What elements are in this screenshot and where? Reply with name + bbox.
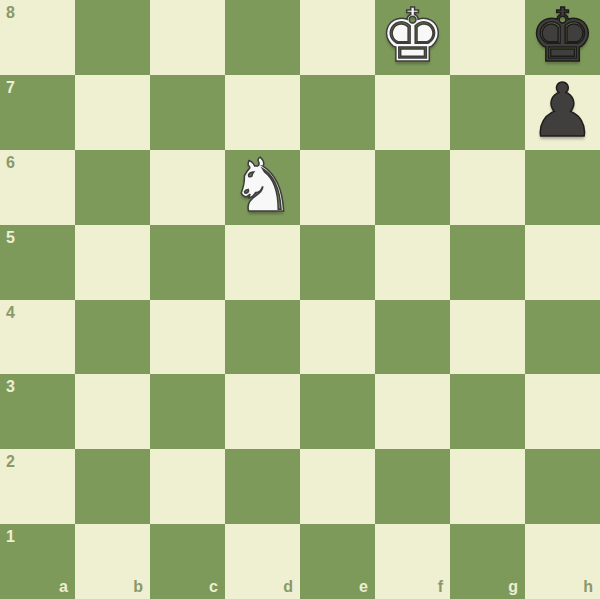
rank-label-3: 3 [6,379,15,395]
square-b3[interactable] [75,374,150,449]
file-label-f: f [438,579,443,595]
square-f1[interactable]: f [375,524,450,599]
square-h6[interactable] [525,150,600,225]
square-h5[interactable] [525,225,600,300]
square-e7[interactable] [300,75,375,150]
square-b4[interactable] [75,300,150,375]
square-g2[interactable] [450,449,525,524]
file-label-a: a [59,579,68,595]
file-label-c: c [209,579,218,595]
square-e3[interactable] [300,374,375,449]
file-label-g: g [508,579,518,595]
square-d1[interactable]: d [225,524,300,599]
square-a4[interactable]: 4 [0,300,75,375]
square-c1[interactable]: c [150,524,225,599]
square-f3[interactable] [375,374,450,449]
square-a5[interactable]: 5 [0,225,75,300]
square-b6[interactable] [75,150,150,225]
square-h1[interactable]: h [525,524,600,599]
square-e2[interactable] [300,449,375,524]
square-f4[interactable] [375,300,450,375]
white-knight[interactable]: ♞ [229,148,295,222]
file-label-h: h [583,579,593,595]
square-a8[interactable]: 8 [0,0,75,75]
file-label-e: e [359,579,368,595]
rank-label-4: 4 [6,305,15,321]
chess-board-container: 8♚♚7♟6♞54321abcdefgh [0,0,600,599]
square-a2[interactable]: 2 [0,449,75,524]
white-king[interactable]: ♚ [379,0,445,72]
rank-label-7: 7 [6,80,15,96]
square-h3[interactable] [525,374,600,449]
square-d7[interactable] [225,75,300,150]
square-a7[interactable]: 7 [0,75,75,150]
square-f7[interactable] [375,75,450,150]
square-g3[interactable] [450,374,525,449]
square-e4[interactable] [300,300,375,375]
square-b1[interactable]: b [75,524,150,599]
square-b2[interactable] [75,449,150,524]
rank-label-6: 6 [6,155,15,171]
square-g8[interactable] [450,0,525,75]
square-f2[interactable] [375,449,450,524]
file-label-b: b [133,579,143,595]
rank-label-1: 1 [6,529,15,545]
square-b8[interactable] [75,0,150,75]
square-d2[interactable] [225,449,300,524]
square-h2[interactable] [525,449,600,524]
square-a6[interactable]: 6 [0,150,75,225]
square-f8[interactable]: ♚ [375,0,450,75]
square-d5[interactable] [225,225,300,300]
square-b5[interactable] [75,225,150,300]
black-king[interactable]: ♚ [529,0,595,72]
rank-label-5: 5 [6,230,15,246]
rank-label-2: 2 [6,454,15,470]
square-e5[interactable] [300,225,375,300]
square-f6[interactable] [375,150,450,225]
square-a1[interactable]: 1a [0,524,75,599]
square-g1[interactable]: g [450,524,525,599]
square-h8[interactable]: ♚ [525,0,600,75]
chess-board: 8♚♚7♟6♞54321abcdefgh [0,0,600,599]
square-e1[interactable]: e [300,524,375,599]
square-c7[interactable] [150,75,225,150]
square-g7[interactable] [450,75,525,150]
square-c3[interactable] [150,374,225,449]
square-c5[interactable] [150,225,225,300]
square-f5[interactable] [375,225,450,300]
square-a3[interactable]: 3 [0,374,75,449]
square-d3[interactable] [225,374,300,449]
square-h4[interactable] [525,300,600,375]
square-c4[interactable] [150,300,225,375]
square-d8[interactable] [225,0,300,75]
square-g4[interactable] [450,300,525,375]
square-h7[interactable]: ♟ [525,75,600,150]
square-c6[interactable] [150,150,225,225]
square-g6[interactable] [450,150,525,225]
square-b7[interactable] [75,75,150,150]
square-d4[interactable] [225,300,300,375]
square-c2[interactable] [150,449,225,524]
black-pawn[interactable]: ♟ [529,73,595,147]
square-e8[interactable] [300,0,375,75]
square-g5[interactable] [450,225,525,300]
square-e6[interactable] [300,150,375,225]
rank-label-8: 8 [6,5,15,21]
file-label-d: d [283,579,293,595]
square-d6[interactable]: ♞ [225,150,300,225]
square-c8[interactable] [150,0,225,75]
